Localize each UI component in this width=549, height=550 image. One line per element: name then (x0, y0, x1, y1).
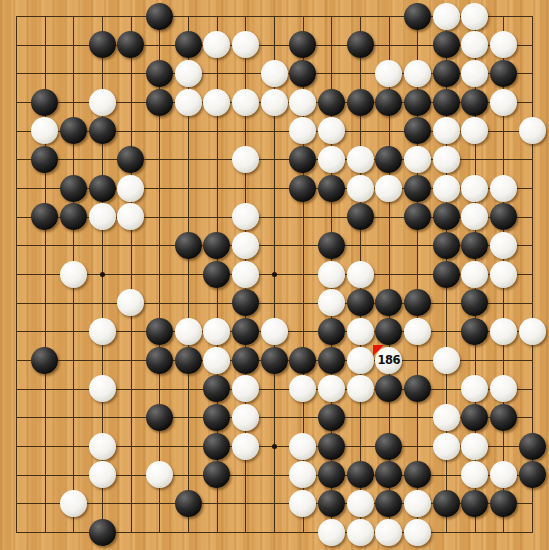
black-stone (404, 89, 431, 116)
white-stone (318, 519, 345, 546)
black-stone (461, 404, 488, 431)
black-stone (203, 261, 230, 288)
last-move-number: 186 (375, 347, 402, 374)
white-stone (461, 60, 488, 87)
black-stone (461, 289, 488, 316)
star-point (272, 272, 277, 277)
black-stone (203, 375, 230, 402)
black-stone (175, 347, 202, 374)
white-stone (461, 117, 488, 144)
white-stone (203, 31, 230, 58)
black-stone (203, 232, 230, 259)
black-stone (31, 89, 58, 116)
white-stone (404, 318, 431, 345)
black-stone (318, 490, 345, 517)
white-stone (232, 404, 259, 431)
black-stone (433, 490, 460, 517)
white-stone (318, 261, 345, 288)
black-stone (232, 289, 259, 316)
white-stone (232, 31, 259, 58)
white-stone (203, 89, 230, 116)
white-stone (175, 60, 202, 87)
black-stone (433, 60, 460, 87)
white-stone (490, 31, 517, 58)
white-stone (347, 490, 374, 517)
white-stone (60, 261, 87, 288)
black-stone (375, 318, 402, 345)
white-stone (404, 60, 431, 87)
white-stone (490, 375, 517, 402)
black-stone (433, 232, 460, 259)
white-stone (261, 60, 288, 87)
black-stone (89, 175, 116, 202)
white-stone (433, 175, 460, 202)
black-stone (232, 318, 259, 345)
white-stone (89, 89, 116, 116)
white-stone (289, 117, 316, 144)
black-stone (318, 433, 345, 460)
white-stone (117, 289, 144, 316)
white-stone (375, 60, 402, 87)
black-stone (461, 490, 488, 517)
black-stone (404, 175, 431, 202)
white-stone (375, 175, 402, 202)
black-stone (461, 232, 488, 259)
black-stone (318, 347, 345, 374)
white-stone (232, 433, 259, 460)
white-stone (117, 203, 144, 230)
white-stone (232, 232, 259, 259)
black-stone (433, 203, 460, 230)
black-stone (117, 146, 144, 173)
white-stone (232, 89, 259, 116)
white-stone (289, 433, 316, 460)
white-stone (347, 261, 374, 288)
black-stone (318, 404, 345, 431)
black-stone (375, 146, 402, 173)
go-board[interactable]: 186 (0, 0, 549, 550)
white-stone (433, 3, 460, 30)
white-stone (347, 175, 374, 202)
white-stone (261, 318, 288, 345)
black-stone (318, 461, 345, 488)
black-stone (89, 519, 116, 546)
black-stone (60, 117, 87, 144)
black-stone (490, 404, 517, 431)
black-stone (203, 433, 230, 460)
black-stone (146, 3, 173, 30)
black-stone (404, 375, 431, 402)
white-stone (175, 318, 202, 345)
star-point (272, 444, 277, 449)
black-stone (347, 461, 374, 488)
white-stone (461, 375, 488, 402)
white-stone (461, 433, 488, 460)
black-stone (404, 3, 431, 30)
black-stone (375, 490, 402, 517)
white-stone (461, 31, 488, 58)
black-stone (433, 89, 460, 116)
white-stone (347, 519, 374, 546)
white-stone (289, 375, 316, 402)
white-stone (347, 375, 374, 402)
white-stone (404, 519, 431, 546)
white-stone (490, 175, 517, 202)
white-stone (375, 519, 402, 546)
black-stone (117, 31, 144, 58)
white-stone (433, 347, 460, 374)
black-stone (375, 89, 402, 116)
black-stone (289, 347, 316, 374)
white-stone (433, 433, 460, 460)
black-stone (318, 232, 345, 259)
white-stone (232, 375, 259, 402)
black-stone (461, 318, 488, 345)
white-stone (461, 3, 488, 30)
white-stone (203, 347, 230, 374)
black-stone (60, 203, 87, 230)
white-stone (289, 89, 316, 116)
white-stone (461, 203, 488, 230)
white-stone (490, 261, 517, 288)
black-stone (146, 318, 173, 345)
white-stone (461, 261, 488, 288)
black-stone (146, 60, 173, 87)
black-stone (404, 203, 431, 230)
white-stone (404, 146, 431, 173)
black-stone (490, 60, 517, 87)
black-stone (31, 347, 58, 374)
black-stone (347, 89, 374, 116)
black-stone (203, 404, 230, 431)
black-stone (289, 31, 316, 58)
black-stone (146, 347, 173, 374)
black-stone (203, 461, 230, 488)
white-stone (89, 461, 116, 488)
white-stone (289, 461, 316, 488)
white-stone (318, 146, 345, 173)
white-stone (175, 89, 202, 116)
white-stone (89, 433, 116, 460)
black-stone (519, 461, 546, 488)
white-stone (490, 318, 517, 345)
black-stone (404, 117, 431, 144)
black-stone (261, 347, 288, 374)
black-stone (318, 175, 345, 202)
white-stone (232, 261, 259, 288)
white-stone (89, 203, 116, 230)
white-stone (318, 289, 345, 316)
white-stone (117, 175, 144, 202)
black-stone (490, 490, 517, 517)
star-point (100, 272, 105, 277)
black-stone (318, 89, 345, 116)
white-stone (490, 461, 517, 488)
last-move-stone: 186 (375, 347, 402, 374)
white-stone (31, 117, 58, 144)
black-stone (146, 89, 173, 116)
white-stone (433, 404, 460, 431)
black-stone (490, 203, 517, 230)
white-stone (433, 146, 460, 173)
black-stone (289, 60, 316, 87)
black-stone (175, 232, 202, 259)
black-stone (89, 31, 116, 58)
black-stone (31, 203, 58, 230)
white-stone (404, 490, 431, 517)
white-stone (347, 318, 374, 345)
white-stone (289, 490, 316, 517)
black-stone (375, 461, 402, 488)
black-stone (318, 318, 345, 345)
black-stone (289, 146, 316, 173)
black-stone (375, 433, 402, 460)
white-stone (318, 117, 345, 144)
white-stone (347, 347, 374, 374)
black-stone (433, 31, 460, 58)
grid-line-horizontal (16, 303, 533, 304)
black-stone (347, 203, 374, 230)
black-stone (175, 31, 202, 58)
white-stone (519, 318, 546, 345)
white-stone (261, 89, 288, 116)
white-stone (519, 117, 546, 144)
white-stone (490, 89, 517, 116)
white-stone (232, 203, 259, 230)
white-stone (89, 375, 116, 402)
black-stone (347, 289, 374, 316)
white-stone (203, 318, 230, 345)
white-stone (490, 232, 517, 259)
black-stone (232, 347, 259, 374)
black-stone (375, 289, 402, 316)
white-stone (461, 175, 488, 202)
white-stone (60, 490, 87, 517)
black-stone (461, 89, 488, 116)
white-stone (89, 318, 116, 345)
black-stone (146, 404, 173, 431)
black-stone (519, 433, 546, 460)
black-stone (89, 117, 116, 144)
black-stone (347, 31, 374, 58)
black-stone (375, 375, 402, 402)
black-stone (404, 461, 431, 488)
black-stone (31, 146, 58, 173)
white-stone (461, 461, 488, 488)
white-stone (347, 146, 374, 173)
white-stone (318, 375, 345, 402)
white-stone (232, 146, 259, 173)
black-stone (60, 175, 87, 202)
black-stone (433, 261, 460, 288)
black-stone (289, 175, 316, 202)
black-stone (404, 289, 431, 316)
white-stone (146, 461, 173, 488)
white-stone (433, 117, 460, 144)
black-stone (175, 490, 202, 517)
